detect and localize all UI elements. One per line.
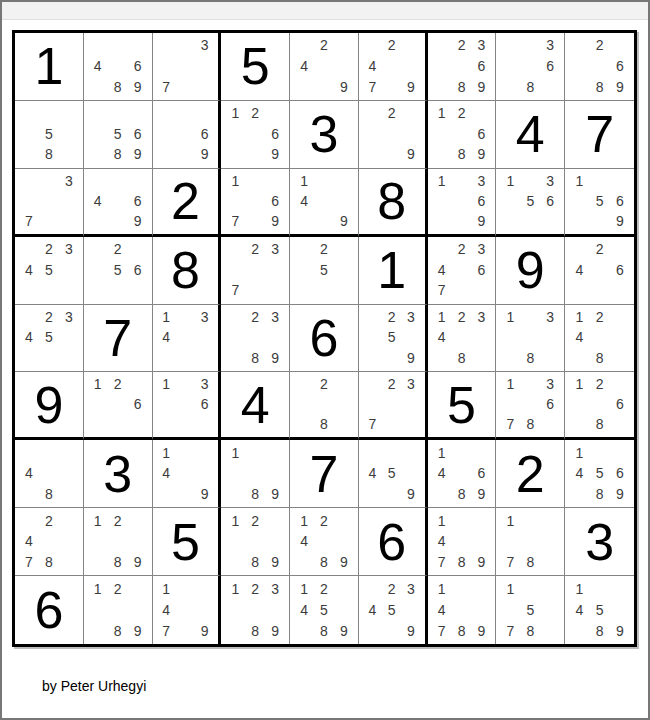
candidate-grid: 178 bbox=[500, 510, 560, 572]
candidate-grid: 1679 bbox=[225, 171, 285, 231]
candidate-digit: 1 bbox=[500, 307, 520, 328]
candidate-grid: 37 bbox=[19, 171, 79, 231]
candidate-slot bbox=[500, 56, 520, 77]
candidate-digit: 2 bbox=[589, 374, 609, 394]
candidate-digit: 4 bbox=[19, 463, 39, 484]
cell-r8c9[interactable]: 3 bbox=[565, 508, 634, 576]
candidate-slot bbox=[314, 171, 334, 191]
candidate-grid: 23467 bbox=[432, 239, 492, 301]
candidate-digit: 6 bbox=[610, 394, 630, 414]
candidate-slot bbox=[294, 280, 314, 301]
cell-r4c8[interactable]: 9 bbox=[496, 237, 565, 305]
cell-r3c8[interactable]: 1356 bbox=[496, 169, 565, 237]
candidate-slot bbox=[265, 327, 285, 348]
cell-r6c1[interactable]: 9 bbox=[15, 372, 84, 440]
candidate-slot bbox=[363, 394, 382, 414]
cell-r6c6[interactable]: 237 bbox=[359, 372, 428, 440]
cell-r7c8[interactable]: 2 bbox=[496, 440, 565, 508]
cell-r7c7[interactable]: 14689 bbox=[428, 440, 497, 508]
candidate-slot bbox=[176, 103, 195, 124]
candidate-grid: 189 bbox=[225, 442, 285, 504]
cell-r5c8[interactable]: 138 bbox=[496, 305, 565, 373]
candidate-digit: 8 bbox=[452, 144, 472, 165]
cell-r8c7[interactable]: 14789 bbox=[428, 508, 497, 576]
candidate-slot bbox=[569, 620, 589, 641]
candidate-slot bbox=[108, 191, 128, 211]
candidate-slot bbox=[314, 394, 334, 414]
candidate-digit: 1 bbox=[157, 578, 176, 599]
candidate-slot bbox=[59, 144, 79, 165]
candidate-digit: 7 bbox=[432, 280, 452, 301]
cell-r8c3[interactable]: 5 bbox=[153, 508, 222, 576]
cell-r6c3[interactable]: 136 bbox=[153, 372, 222, 440]
candidate-digit: 9 bbox=[128, 76, 148, 97]
candidate-slot bbox=[59, 327, 79, 348]
candidate-slot bbox=[472, 280, 492, 301]
big-digit: 4 bbox=[241, 379, 270, 431]
candidate-digit: 7 bbox=[157, 76, 176, 97]
candidate-digit: 7 bbox=[19, 551, 39, 572]
cell-r4c6[interactable]: 1 bbox=[359, 237, 428, 305]
candidate-slot bbox=[363, 103, 382, 124]
candidate-slot bbox=[19, 191, 39, 211]
cell-r2c6[interactable]: 29 bbox=[359, 101, 428, 169]
candidate-slot bbox=[334, 35, 354, 56]
candidate-digit: 8 bbox=[245, 620, 265, 641]
candidate-digit: 2 bbox=[589, 239, 609, 260]
candidate-digit: 8 bbox=[452, 76, 472, 97]
cell-r2c4[interactable]: 1269 bbox=[221, 101, 290, 169]
candidate-slot bbox=[472, 531, 492, 552]
cell-r1c8[interactable]: 368 bbox=[496, 33, 565, 101]
candidate-grid: 237 bbox=[363, 374, 421, 434]
candidate-slot bbox=[245, 144, 265, 165]
candidate-digit: 1 bbox=[569, 442, 589, 463]
candidate-digit: 9 bbox=[472, 144, 492, 165]
cell-r6c4[interactable]: 4 bbox=[221, 372, 290, 440]
cell-r7c2[interactable]: 3 bbox=[84, 440, 153, 508]
candidate-digit: 1 bbox=[500, 510, 520, 531]
cell-r8c4[interactable]: 1289 bbox=[221, 508, 290, 576]
candidate-slot bbox=[195, 578, 214, 599]
cell-r5c4[interactable]: 2389 bbox=[221, 305, 290, 373]
candidate-digit: 9 bbox=[610, 76, 630, 97]
candidate-slot bbox=[245, 124, 265, 145]
candidate-slot bbox=[157, 56, 176, 77]
cell-r9c1[interactable]: 6 bbox=[15, 576, 84, 644]
cell-r7c5[interactable]: 7 bbox=[290, 440, 359, 508]
candidate-slot bbox=[500, 76, 520, 97]
candidate-slot bbox=[19, 103, 39, 124]
cell-r3c5[interactable]: 149 bbox=[290, 169, 359, 237]
candidate-digit: 9 bbox=[265, 211, 285, 231]
candidate-slot bbox=[472, 442, 492, 463]
candidate-slot bbox=[128, 374, 148, 394]
cell-r8c8[interactable]: 178 bbox=[496, 508, 565, 576]
candidate-digit: 6 bbox=[540, 191, 560, 211]
candidate-slot bbox=[176, 463, 195, 484]
cell-r6c9[interactable]: 1268 bbox=[565, 372, 634, 440]
cell-r9c2[interactable]: 1289 bbox=[84, 576, 153, 644]
cell-r4c3[interactable]: 8 bbox=[153, 237, 222, 305]
candidate-slot bbox=[334, 191, 354, 211]
candidate-digit: 2 bbox=[452, 103, 472, 124]
candidate-digit: 2 bbox=[39, 307, 59, 328]
candidate-digit: 4 bbox=[294, 56, 314, 77]
candidate-grid: 12348 bbox=[432, 307, 492, 369]
candidate-slot bbox=[59, 103, 79, 124]
cell-r6c7[interactable]: 5 bbox=[428, 372, 497, 440]
candidate-digit: 9 bbox=[265, 144, 285, 165]
candidate-slot bbox=[294, 551, 314, 572]
cell-r1c1[interactable]: 1 bbox=[15, 33, 84, 101]
candidate-slot bbox=[88, 144, 108, 165]
cell-r8c5[interactable]: 12489 bbox=[290, 508, 359, 576]
candidate-slot bbox=[589, 578, 609, 599]
candidate-digit: 1 bbox=[432, 103, 452, 124]
big-digit: 1 bbox=[377, 244, 406, 296]
candidate-slot bbox=[610, 280, 630, 301]
big-digit: 2 bbox=[171, 175, 200, 227]
candidate-slot bbox=[500, 348, 520, 369]
cell-r5c3[interactable]: 134 bbox=[153, 305, 222, 373]
candidate-digit: 4 bbox=[363, 56, 382, 77]
candidate-digit: 1 bbox=[225, 510, 245, 531]
candidate-digit: 3 bbox=[401, 307, 420, 328]
candidate-slot bbox=[245, 259, 265, 280]
candidate-digit: 5 bbox=[589, 599, 609, 620]
candidate-digit: 9 bbox=[265, 348, 285, 369]
candidate-digit: 1 bbox=[157, 442, 176, 463]
candidate-digit: 2 bbox=[589, 35, 609, 56]
candidate-grid: 13678 bbox=[500, 374, 560, 434]
candidate-digit: 3 bbox=[265, 578, 285, 599]
candidate-slot bbox=[59, 484, 79, 505]
candidate-slot bbox=[176, 414, 195, 434]
candidate-digit: 6 bbox=[540, 394, 560, 414]
candidate-grid: 12489 bbox=[294, 510, 354, 572]
candidate-slot bbox=[128, 103, 148, 124]
cell-r9c9[interactable]: 14589 bbox=[565, 576, 634, 644]
cell-r4c7[interactable]: 23467 bbox=[428, 237, 497, 305]
candidate-digit: 5 bbox=[382, 599, 401, 620]
candidate-digit: 9 bbox=[265, 551, 285, 572]
candidate-slot bbox=[452, 578, 472, 599]
candidate-slot bbox=[176, 144, 195, 165]
candidate-slot bbox=[363, 327, 382, 348]
big-digit: 5 bbox=[171, 516, 200, 568]
cell-r3c7[interactable]: 1369 bbox=[428, 169, 497, 237]
cell-r1c7[interactable]: 23689 bbox=[428, 33, 497, 101]
candidate-slot bbox=[540, 531, 560, 552]
candidate-grid: 14589 bbox=[569, 578, 630, 641]
candidate-slot bbox=[401, 35, 420, 56]
cell-r4c5[interactable]: 25 bbox=[290, 237, 359, 305]
candidate-digit: 9 bbox=[610, 484, 630, 505]
candidate-grid: 1289 bbox=[225, 510, 285, 572]
candidate-slot bbox=[520, 531, 540, 552]
cell-r4c2[interactable]: 256 bbox=[84, 237, 153, 305]
candidate-slot bbox=[128, 599, 148, 620]
cell-r2c2[interactable]: 5689 bbox=[84, 101, 153, 169]
cell-r8c1[interactable]: 2478 bbox=[15, 508, 84, 576]
candidate-digit: 8 bbox=[108, 551, 128, 572]
candidate-slot bbox=[39, 463, 59, 484]
cell-r1c5[interactable]: 249 bbox=[290, 33, 359, 101]
cell-r3c6[interactable]: 8 bbox=[359, 169, 428, 237]
candidate-slot bbox=[432, 191, 452, 211]
cell-r3c9[interactable]: 1569 bbox=[565, 169, 634, 237]
candidate-digit: 6 bbox=[195, 124, 214, 145]
candidate-slot bbox=[610, 171, 630, 191]
cell-r7c1[interactable]: 48 bbox=[15, 440, 84, 508]
candidate-digit: 8 bbox=[520, 348, 540, 369]
cell-r5c9[interactable]: 1248 bbox=[565, 305, 634, 373]
cell-r7c3[interactable]: 149 bbox=[153, 440, 222, 508]
cell-r5c6[interactable]: 2359 bbox=[359, 305, 428, 373]
cell-r3c3[interactable]: 2 bbox=[153, 169, 222, 237]
candidate-slot bbox=[157, 484, 176, 505]
candidate-slot bbox=[382, 348, 401, 369]
cell-r9c8[interactable]: 1578 bbox=[496, 576, 565, 644]
cell-r7c4[interactable]: 189 bbox=[221, 440, 290, 508]
cell-r1c9[interactable]: 2689 bbox=[565, 33, 634, 101]
candidate-digit: 8 bbox=[452, 620, 472, 641]
candidate-digit: 9 bbox=[472, 551, 492, 572]
candidate-slot bbox=[520, 578, 540, 599]
candidate-digit: 9 bbox=[472, 484, 492, 505]
candidate-slot bbox=[382, 394, 401, 414]
candidate-grid: 28 bbox=[294, 374, 354, 434]
candidate-digit: 1 bbox=[88, 578, 108, 599]
candidate-slot bbox=[401, 103, 420, 124]
candidate-slot bbox=[472, 510, 492, 531]
candidate-slot bbox=[265, 280, 285, 301]
candidate-slot bbox=[334, 510, 354, 531]
candidate-digit: 1 bbox=[500, 171, 520, 191]
candidate-digit: 4 bbox=[569, 599, 589, 620]
candidate-slot bbox=[176, 442, 195, 463]
cell-r9c5[interactable]: 124589 bbox=[290, 576, 359, 644]
cell-r1c3[interactable]: 37 bbox=[153, 33, 222, 101]
cell-r2c5[interactable]: 3 bbox=[290, 101, 359, 169]
cell-r6c8[interactable]: 13678 bbox=[496, 372, 565, 440]
candidate-grid: 12389 bbox=[225, 578, 285, 641]
candidate-slot bbox=[401, 599, 420, 620]
page: 1468937524924792368936826895856896912693… bbox=[0, 0, 650, 720]
candidate-digit: 3 bbox=[540, 374, 560, 394]
candidate-grid: 48 bbox=[19, 442, 79, 504]
candidate-digit: 2 bbox=[314, 578, 334, 599]
candidate-slot bbox=[334, 599, 354, 620]
candidate-digit: 8 bbox=[589, 484, 609, 505]
candidate-digit: 8 bbox=[108, 144, 128, 165]
candidate-slot bbox=[88, 414, 108, 434]
candidate-slot bbox=[108, 280, 128, 301]
cell-r6c5[interactable]: 28 bbox=[290, 372, 359, 440]
candidate-digit: 8 bbox=[108, 620, 128, 641]
cell-r3c1[interactable]: 37 bbox=[15, 169, 84, 237]
big-digit: 3 bbox=[103, 448, 132, 500]
candidate-digit: 7 bbox=[225, 280, 245, 301]
cell-r4c1[interactable]: 2345 bbox=[15, 237, 84, 305]
cell-r5c2[interactable]: 7 bbox=[84, 305, 153, 373]
candidate-slot bbox=[88, 76, 108, 97]
cell-r2c7[interactable]: 12689 bbox=[428, 101, 497, 169]
candidate-slot bbox=[59, 551, 79, 572]
candidate-slot bbox=[610, 239, 630, 260]
candidate-slot bbox=[88, 211, 108, 231]
cell-r3c4[interactable]: 1679 bbox=[221, 169, 290, 237]
cell-r1c4[interactable]: 5 bbox=[221, 33, 290, 101]
candidate-slot bbox=[128, 239, 148, 260]
candidate-slot bbox=[569, 484, 589, 505]
candidate-digit: 2 bbox=[108, 510, 128, 531]
title-strip bbox=[2, 2, 648, 20]
candidate-digit: 9 bbox=[265, 620, 285, 641]
candidate-slot bbox=[363, 124, 382, 145]
cell-r9c6[interactable]: 23459 bbox=[359, 576, 428, 644]
candidate-digit: 9 bbox=[128, 144, 148, 165]
candidate-slot bbox=[334, 171, 354, 191]
candidate-digit: 4 bbox=[88, 191, 108, 211]
cell-r2c8[interactable]: 4 bbox=[496, 101, 565, 169]
candidate-slot bbox=[245, 442, 265, 463]
candidate-slot bbox=[540, 551, 560, 572]
candidate-digit: 2 bbox=[382, 578, 401, 599]
candidate-slot bbox=[432, 35, 452, 56]
cell-r2c1[interactable]: 58 bbox=[15, 101, 84, 169]
candidate-slot bbox=[314, 211, 334, 231]
credit-text: by Peter Urhegyi bbox=[42, 678, 146, 694]
candidate-digit: 5 bbox=[108, 259, 128, 280]
candidate-digit: 4 bbox=[19, 531, 39, 552]
candidate-slot bbox=[195, 348, 214, 369]
candidate-digit: 2 bbox=[245, 578, 265, 599]
candidate-digit: 3 bbox=[540, 307, 560, 328]
candidate-slot bbox=[265, 259, 285, 280]
candidate-slot bbox=[128, 280, 148, 301]
candidate-slot bbox=[452, 327, 472, 348]
candidate-digit: 6 bbox=[472, 463, 492, 484]
candidate-slot bbox=[225, 191, 245, 211]
cell-r4c4[interactable]: 237 bbox=[221, 237, 290, 305]
candidate-slot bbox=[569, 191, 589, 211]
candidate-digit: 3 bbox=[59, 307, 79, 328]
candidate-slot bbox=[19, 348, 39, 369]
candidate-slot bbox=[88, 124, 108, 145]
cell-r5c7[interactable]: 12348 bbox=[428, 305, 497, 373]
candidate-slot bbox=[382, 144, 401, 165]
candidate-digit: 6 bbox=[610, 56, 630, 77]
cell-r2c9[interactable]: 7 bbox=[565, 101, 634, 169]
candidate-slot bbox=[610, 35, 630, 56]
candidate-digit: 9 bbox=[472, 76, 492, 97]
candidate-grid: 145689 bbox=[569, 442, 630, 504]
candidate-slot bbox=[176, 484, 195, 505]
candidate-slot bbox=[452, 599, 472, 620]
candidate-digit: 1 bbox=[500, 374, 520, 394]
candidate-slot bbox=[401, 414, 420, 434]
candidate-slot bbox=[128, 531, 148, 552]
candidate-slot bbox=[128, 414, 148, 434]
candidate-slot bbox=[432, 56, 452, 77]
candidate-digit: 9 bbox=[334, 551, 354, 572]
candidate-digit: 9 bbox=[128, 620, 148, 641]
cell-r9c3[interactable]: 1479 bbox=[153, 576, 222, 644]
cell-r2c3[interactable]: 69 bbox=[153, 101, 222, 169]
candidate-digit: 4 bbox=[157, 327, 176, 348]
candidate-slot bbox=[610, 348, 630, 369]
cell-r1c2[interactable]: 4689 bbox=[84, 33, 153, 101]
cell-r1c6[interactable]: 2479 bbox=[359, 33, 428, 101]
candidate-digit: 6 bbox=[128, 124, 148, 145]
cell-r3c2[interactable]: 469 bbox=[84, 169, 153, 237]
cell-r5c1[interactable]: 2345 bbox=[15, 305, 84, 373]
candidate-slot bbox=[225, 327, 245, 348]
candidate-slot bbox=[432, 124, 452, 145]
candidate-slot bbox=[452, 510, 472, 531]
big-digit: 1 bbox=[34, 40, 63, 92]
big-digit: 4 bbox=[516, 108, 545, 160]
candidate-digit: 9 bbox=[334, 76, 354, 97]
cell-r4c9[interactable]: 246 bbox=[565, 237, 634, 305]
candidate-slot bbox=[472, 599, 492, 620]
candidate-slot bbox=[88, 599, 108, 620]
candidate-slot bbox=[88, 551, 108, 572]
cell-r5c5[interactable]: 6 bbox=[290, 305, 359, 373]
cell-r9c4[interactable]: 12389 bbox=[221, 576, 290, 644]
candidate-grid: 459 bbox=[363, 442, 421, 504]
candidate-slot bbox=[334, 394, 354, 414]
cell-r6c2[interactable]: 126 bbox=[84, 372, 153, 440]
candidate-slot bbox=[432, 239, 452, 260]
candidate-digit: 1 bbox=[294, 171, 314, 191]
candidate-grid: 69 bbox=[157, 103, 215, 165]
candidate-digit: 4 bbox=[19, 327, 39, 348]
candidate-digit: 9 bbox=[334, 211, 354, 231]
candidate-grid: 1289 bbox=[88, 578, 148, 641]
candidate-digit: 5 bbox=[108, 124, 128, 145]
candidate-digit: 6 bbox=[195, 394, 214, 414]
candidate-slot bbox=[225, 531, 245, 552]
candidate-slot bbox=[363, 35, 382, 56]
cell-r8c6[interactable]: 6 bbox=[359, 508, 428, 576]
cell-r9c7[interactable]: 14789 bbox=[428, 576, 497, 644]
candidate-digit: 9 bbox=[610, 211, 630, 231]
candidate-slot bbox=[19, 442, 39, 463]
candidate-digit: 4 bbox=[432, 599, 452, 620]
candidate-slot bbox=[59, 259, 79, 280]
cell-r8c2[interactable]: 1289 bbox=[84, 508, 153, 576]
candidate-slot bbox=[128, 35, 148, 56]
candidate-slot bbox=[59, 191, 79, 211]
cell-r7c9[interactable]: 145689 bbox=[565, 440, 634, 508]
candidate-slot bbox=[314, 76, 334, 97]
candidate-digit: 1 bbox=[157, 374, 176, 394]
candidate-slot bbox=[265, 510, 285, 531]
candidate-digit: 3 bbox=[472, 239, 492, 260]
candidate-slot bbox=[19, 280, 39, 301]
cell-r7c6[interactable]: 459 bbox=[359, 440, 428, 508]
candidate-slot bbox=[520, 211, 540, 231]
candidate-digit: 1 bbox=[432, 510, 452, 531]
candidate-digit: 8 bbox=[39, 144, 59, 165]
candidate-digit: 4 bbox=[157, 599, 176, 620]
candidate-slot bbox=[334, 259, 354, 280]
candidate-digit: 2 bbox=[314, 374, 334, 394]
candidate-slot bbox=[610, 578, 630, 599]
